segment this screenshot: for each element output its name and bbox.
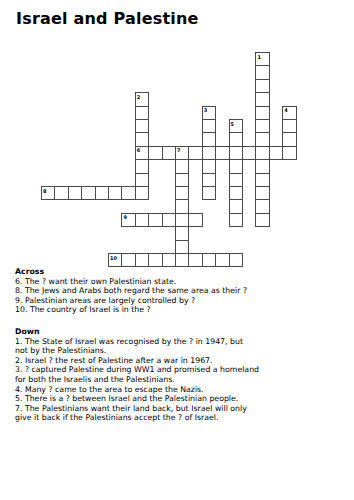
grid-cell-r10c16[interactable] — [255, 186, 269, 200]
grid-cell-r8c12[interactable] — [202, 159, 216, 173]
grid-cell-r15c11[interactable] — [188, 253, 202, 267]
grid-cell-r7c11[interactable] — [188, 146, 202, 160]
clue-number-7: 7 — [177, 147, 180, 153]
grid-cell-r7c16[interactable] — [255, 146, 269, 160]
grid-cell-r5c7[interactable] — [135, 119, 149, 133]
grid-cell-r3c7[interactable]: 2 — [135, 92, 149, 106]
grid-cell-r11c10[interactable] — [175, 199, 189, 213]
down-header: Down — [15, 327, 259, 337]
grid-cell-r11c14[interactable] — [229, 199, 243, 213]
grid-cell-r4c18[interactable]: 4 — [282, 106, 296, 120]
grid-cell-r8c16[interactable] — [255, 159, 269, 173]
grid-cell-r8c14[interactable] — [229, 159, 243, 173]
clue-number-5: 5 — [231, 121, 234, 127]
grid-cell-r9c10[interactable] — [175, 173, 189, 187]
across-header: Across — [15, 267, 247, 277]
grid-cell-r7c18[interactable] — [282, 146, 296, 160]
grid-cell-r7c15[interactable] — [242, 146, 256, 160]
grid-cell-r15c5[interactable]: 10 — [108, 253, 122, 267]
grid-cell-r9c16[interactable] — [255, 173, 269, 187]
grid-cell-r1c16[interactable] — [255, 65, 269, 79]
clue-number-2: 2 — [137, 94, 140, 100]
down-clue-2: 2. Israel ? the rest of Palestine after … — [15, 356, 259, 366]
grid-cell-r10c1[interactable] — [54, 186, 68, 200]
grid-cell-r8c7[interactable] — [135, 159, 149, 173]
grid-cell-r7c10[interactable]: 7 — [175, 146, 189, 160]
grid-cell-r15c9[interactable] — [162, 253, 176, 267]
grid-cell-r10c12[interactable] — [202, 186, 216, 200]
down-clue-5: 5. There is a ? between Israel and the P… — [15, 394, 259, 404]
grid-cell-r10c10[interactable] — [175, 186, 189, 200]
grid-cell-r15c6[interactable] — [121, 253, 135, 267]
grid-cell-r10c14[interactable] — [229, 186, 243, 200]
grid-cell-r6c16[interactable] — [255, 132, 269, 146]
grid-cell-r9c7[interactable] — [135, 173, 149, 187]
grid-cell-r3c16[interactable] — [255, 92, 269, 106]
grid-cell-r10c2[interactable] — [68, 186, 82, 200]
across-clue-9: 9. Palestinian areas are largely control… — [15, 296, 247, 306]
grid-cell-r14c10[interactable] — [175, 240, 189, 254]
clue-number-9: 9 — [123, 214, 126, 220]
grid-cell-r15c12[interactable] — [202, 253, 216, 267]
grid-cell-r6c14[interactable] — [229, 132, 243, 146]
clue-number-3: 3 — [204, 107, 207, 113]
grid-cell-r5c12[interactable] — [202, 119, 216, 133]
grid-cell-r5c16[interactable] — [255, 119, 269, 133]
grid-cell-r7c14[interactable] — [229, 146, 243, 160]
clue-number-1: 1 — [257, 54, 260, 60]
grid-cell-r8c10[interactable] — [175, 159, 189, 173]
grid-cell-r4c12[interactable]: 3 — [202, 106, 216, 120]
grid-cell-r5c18[interactable] — [282, 119, 296, 133]
grid-cell-r9c12[interactable] — [202, 173, 216, 187]
across-clue-6: 6. The ? want their own Palestinian stat… — [15, 277, 247, 287]
across-clue-10: 10. The country of Israel is in the ? — [15, 305, 247, 315]
grid-cell-r5c14[interactable]: 5 — [229, 119, 243, 133]
page-title: Israel and Palestine — [16, 9, 199, 28]
grid-cell-r10c4[interactable] — [95, 186, 109, 200]
down-clue-1-cont: not by the Palestinians. — [15, 346, 259, 356]
grid-cell-r7c12[interactable] — [202, 146, 216, 160]
grid-cell-r6c18[interactable] — [282, 132, 296, 146]
grid-cell-r15c8[interactable] — [148, 253, 162, 267]
grid-cell-r7c8[interactable] — [148, 146, 162, 160]
grid-cell-r0c16[interactable]: 1 — [255, 52, 269, 66]
grid-cell-r12c7[interactable] — [135, 213, 149, 227]
grid-cell-r10c0[interactable]: 8 — [41, 186, 55, 200]
grid-cell-r10c3[interactable] — [81, 186, 95, 200]
grid-cell-r6c7[interactable] — [135, 132, 149, 146]
grid-cell-r12c16[interactable] — [255, 213, 269, 227]
down-clues-section: Down 1. The State of Israel was recognis… — [15, 327, 259, 423]
grid-cell-r10c7[interactable] — [135, 186, 149, 200]
clue-number-6: 6 — [137, 147, 140, 153]
grid-cell-r12c10[interactable] — [175, 213, 189, 227]
down-clue-1: 1. The State of Israel was recognised by… — [15, 337, 259, 347]
grid-cell-r15c14[interactable] — [229, 253, 243, 267]
grid-cell-r11c16[interactable] — [255, 199, 269, 213]
across-clues-section: Across 6. The ? want their own Palestini… — [15, 267, 247, 315]
down-clue-3-cont: for both the Israelis and the Palestinia… — [15, 375, 259, 385]
grid-cell-r4c7[interactable] — [135, 106, 149, 120]
across-clue-8: 8. The Jews and Arabs both regard the sa… — [15, 286, 247, 296]
grid-cell-r6c12[interactable] — [202, 132, 216, 146]
grid-cell-r15c13[interactable] — [215, 253, 229, 267]
clue-number-4: 4 — [284, 107, 287, 113]
down-clue-7: 7. The Palestinians want their land back… — [15, 404, 259, 414]
grid-cell-r10c5[interactable] — [108, 186, 122, 200]
grid-cell-r10c6[interactable] — [121, 186, 135, 200]
grid-cell-r7c9[interactable] — [162, 146, 176, 160]
crossword-grid: 12345678910 — [41, 52, 297, 268]
grid-cell-r12c6[interactable]: 9 — [121, 213, 135, 227]
grid-cell-r7c7[interactable]: 6 — [135, 146, 149, 160]
grid-cell-r12c11[interactable] — [188, 213, 202, 227]
grid-cell-r15c10[interactable] — [175, 253, 189, 267]
grid-cell-r2c16[interactable] — [255, 79, 269, 93]
clue-number-10: 10 — [110, 255, 117, 261]
grid-cell-r12c9[interactable] — [162, 213, 176, 227]
grid-cell-r9c14[interactable] — [229, 173, 243, 187]
grid-cell-r4c16[interactable] — [255, 106, 269, 120]
clue-number-8: 8 — [43, 188, 46, 194]
crossword-worksheet: Israel and Palestine 12345678910 Across … — [0, 0, 354, 500]
grid-cell-r15c7[interactable] — [135, 253, 149, 267]
grid-cell-r12c14[interactable] — [229, 213, 243, 227]
down-clue-3: 3. ? captured Palestine during WW1 and p… — [15, 365, 259, 375]
grid-cell-r7c13[interactable] — [215, 146, 229, 160]
grid-cell-r13c10[interactable] — [175, 226, 189, 240]
grid-cell-r12c8[interactable] — [148, 213, 162, 227]
grid-cell-r7c17[interactable] — [269, 146, 283, 160]
down-clue-4: 4. Many ? came to the area to escape the… — [15, 385, 259, 395]
down-clue-7-cont: give it back if the Palestinians accept … — [15, 413, 259, 423]
